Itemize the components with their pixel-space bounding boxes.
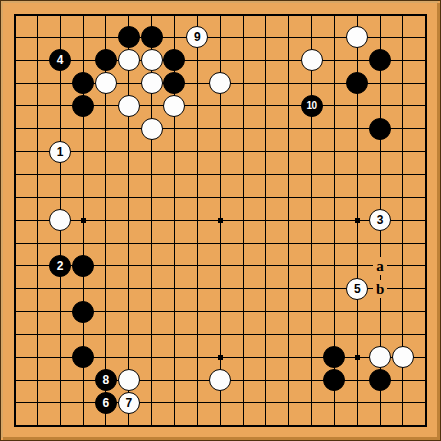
label-a: a: [373, 257, 387, 275]
label-b: b: [373, 280, 387, 298]
black-stone: [72, 95, 94, 117]
move-number: 10: [306, 101, 316, 111]
white-stone: [141, 49, 163, 71]
white-stone: [301, 49, 323, 71]
move-number: 8: [103, 374, 110, 386]
white-stone: [95, 72, 117, 94]
black-stone: 6: [95, 392, 117, 414]
move-number: 9: [194, 31, 201, 43]
black-stone: 2: [49, 255, 71, 277]
black-stone: [72, 255, 94, 277]
white-stone: [141, 118, 163, 140]
black-stone: 10: [301, 95, 323, 117]
move-number: 7: [125, 397, 132, 409]
white-stone: 7: [118, 392, 140, 414]
black-stone: [369, 118, 391, 140]
move-number: 4: [57, 54, 64, 66]
move-number: 1: [57, 146, 64, 158]
white-stone: [118, 49, 140, 71]
white-stone: [118, 369, 140, 391]
go-board: 94101325867 ab: [0, 0, 441, 441]
black-stone: [141, 26, 163, 48]
black-stone: [72, 301, 94, 323]
black-stone: [72, 72, 94, 94]
white-stone: 5: [346, 278, 368, 300]
move-number: 3: [377, 214, 384, 226]
white-stone: 1: [49, 141, 71, 163]
black-stone: [118, 26, 140, 48]
move-number: 5: [354, 283, 361, 295]
move-number: 2: [57, 260, 64, 272]
white-stone: [141, 72, 163, 94]
black-stone: [95, 49, 117, 71]
white-stone: [118, 95, 140, 117]
move-number: 6: [103, 397, 110, 409]
black-stone: 8: [95, 369, 117, 391]
